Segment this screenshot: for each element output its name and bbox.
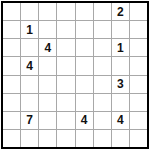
cell-r8c8[interactable] <box>130 130 147 147</box>
cell-r3c6[interactable] <box>94 39 111 56</box>
cell-r5c3[interactable] <box>39 76 56 93</box>
cell-r8c4[interactable] <box>57 130 74 147</box>
cell-r7c1[interactable] <box>3 112 20 129</box>
cell-r6c1[interactable] <box>3 94 20 111</box>
cell-r4c1[interactable] <box>3 57 20 74</box>
cell-r5c1[interactable] <box>3 76 20 93</box>
cell-r8c3[interactable] <box>39 130 56 147</box>
cell-r2c4[interactable] <box>57 21 74 38</box>
cell-r8c2[interactable] <box>21 130 38 147</box>
cell-r6c5[interactable] <box>76 94 93 111</box>
clue-cell-r7c2[interactable]: 7 <box>21 112 38 129</box>
clue-cell-r3c3[interactable]: 4 <box>39 39 56 56</box>
cell-r8c7[interactable] <box>112 130 129 147</box>
cell-r6c7[interactable] <box>112 94 129 111</box>
cell-r4c5[interactable] <box>76 57 93 74</box>
cell-r6c3[interactable] <box>39 94 56 111</box>
cell-r1c8[interactable] <box>130 3 147 20</box>
clue-cell-r7c5[interactable]: 4 <box>76 112 93 129</box>
cell-r5c4[interactable] <box>57 76 74 93</box>
cell-r2c1[interactable] <box>3 21 20 38</box>
cell-r5c6[interactable] <box>94 76 111 93</box>
clue-cell-r3c7[interactable]: 1 <box>112 39 129 56</box>
cell-r8c6[interactable] <box>94 130 111 147</box>
cell-r7c3[interactable] <box>39 112 56 129</box>
cell-r3c8[interactable] <box>130 39 147 56</box>
cell-r7c4[interactable] <box>57 112 74 129</box>
cell-r4c4[interactable] <box>57 57 74 74</box>
cell-r2c8[interactable] <box>130 21 147 38</box>
cell-r7c6[interactable] <box>94 112 111 129</box>
puzzle-board-wrapper: 214143744 <box>0 0 150 150</box>
cell-r6c2[interactable] <box>21 94 38 111</box>
cell-r6c4[interactable] <box>57 94 74 111</box>
cell-r1c4[interactable] <box>57 3 74 20</box>
cell-r1c2[interactable] <box>21 3 38 20</box>
cell-r3c5[interactable] <box>76 39 93 56</box>
cell-r6c8[interactable] <box>130 94 147 111</box>
cell-r8c5[interactable] <box>76 130 93 147</box>
cell-r4c8[interactable] <box>130 57 147 74</box>
clue-cell-r4c2[interactable]: 4 <box>21 57 38 74</box>
cell-r1c6[interactable] <box>94 3 111 20</box>
cell-r6c6[interactable] <box>94 94 111 111</box>
cell-r3c1[interactable] <box>3 39 20 56</box>
puzzle-grid: 214143744 <box>1 1 149 149</box>
cell-r4c6[interactable] <box>94 57 111 74</box>
clue-cell-r7c7[interactable]: 4 <box>112 112 129 129</box>
clue-cell-r1c7[interactable]: 2 <box>112 3 129 20</box>
cell-r4c3[interactable] <box>39 57 56 74</box>
cell-r1c3[interactable] <box>39 3 56 20</box>
cell-r2c5[interactable] <box>76 21 93 38</box>
cell-r1c5[interactable] <box>76 3 93 20</box>
cell-r1c1[interactable] <box>3 3 20 20</box>
cell-r3c2[interactable] <box>21 39 38 56</box>
cell-r7c8[interactable] <box>130 112 147 129</box>
cell-r8c1[interactable] <box>3 130 20 147</box>
clue-cell-r2c2[interactable]: 1 <box>21 21 38 38</box>
cell-r5c2[interactable] <box>21 76 38 93</box>
cell-r5c5[interactable] <box>76 76 93 93</box>
cell-r5c8[interactable] <box>130 76 147 93</box>
cell-r2c7[interactable] <box>112 21 129 38</box>
cell-r3c4[interactable] <box>57 39 74 56</box>
cell-r2c6[interactable] <box>94 21 111 38</box>
cell-r4c7[interactable] <box>112 57 129 74</box>
cell-r2c3[interactable] <box>39 21 56 38</box>
clue-cell-r5c7[interactable]: 3 <box>112 76 129 93</box>
